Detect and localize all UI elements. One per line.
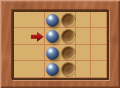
cell-r1c2 [30,12,46,29]
blue-marble[interactable] [46,14,59,27]
hole [62,63,75,76]
hole [62,14,75,27]
cell-r3c4 [61,45,77,62]
blue-marble[interactable] [46,30,59,43]
cell-r4c2 [30,62,46,79]
cell-r3c3 [45,45,61,62]
cell-r2c1 [14,29,30,46]
cell-r3c2 [30,45,46,62]
cell-r1c6 [92,12,108,29]
board [14,12,107,78]
blue-marble[interactable] [46,63,59,76]
cell-r2c6 [92,29,108,46]
cell-r4c4 [61,62,77,79]
cell-r4c6 [92,62,108,79]
cell-r3c5 [76,45,92,62]
cell-r2c2 [30,29,46,46]
blue-marble[interactable] [46,47,59,60]
cell-r3c1 [14,45,30,62]
cell-r4c5 [76,62,92,79]
cell-r1c1 [14,12,30,29]
cell-r1c5 [76,12,92,29]
puzzle-window [0,0,120,88]
cell-r1c3 [45,12,61,29]
playing-field [12,10,109,80]
cell-r1c4 [61,12,77,29]
right-arrow-icon[interactable] [31,31,44,42]
hole [62,47,75,60]
cell-r4c1 [14,62,30,79]
hole [62,30,75,43]
cell-r2c4 [61,29,77,46]
cell-r3c6 [92,45,108,62]
cell-r2c3 [45,29,61,46]
cell-r4c3 [45,62,61,79]
cell-r2c5 [76,29,92,46]
